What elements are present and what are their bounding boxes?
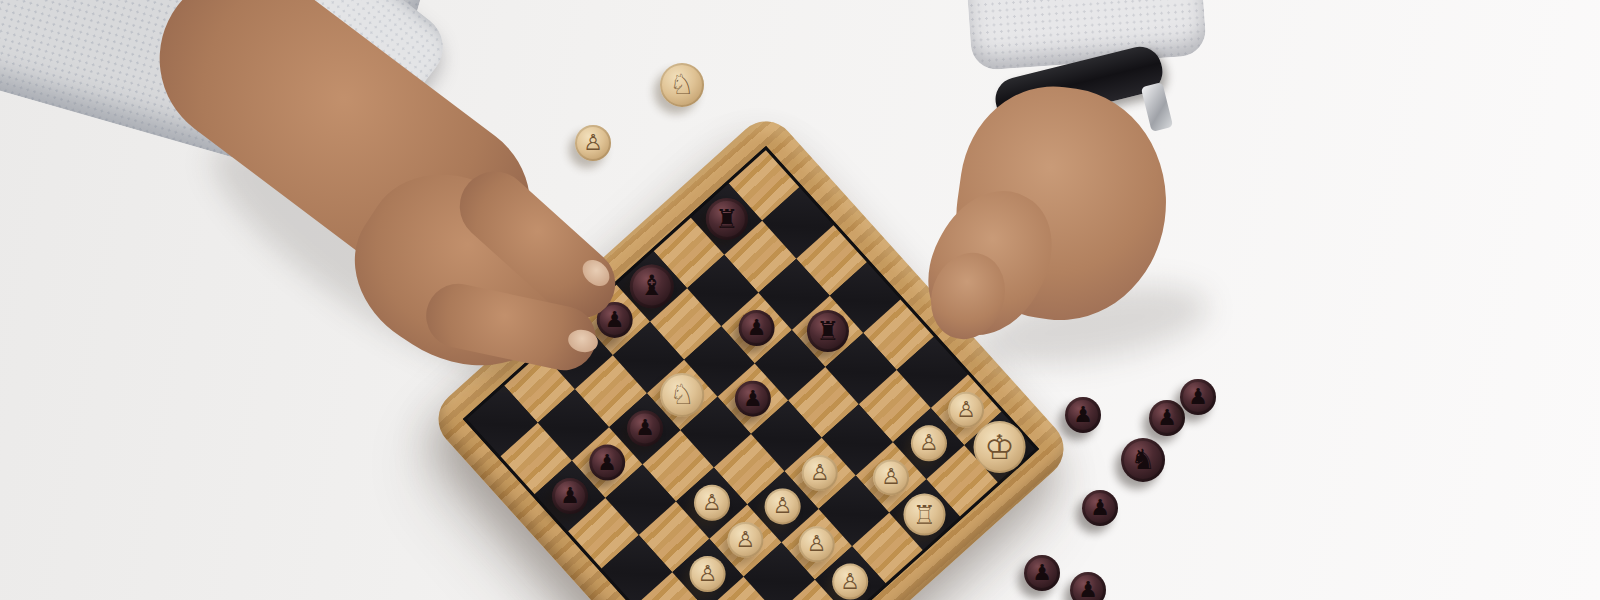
black-pawn-d5: ♟: [735, 381, 771, 417]
white-knight-glyph: ♘: [669, 71, 694, 99]
black-bishop-glyph: ♝: [639, 272, 664, 300]
black-pawn-glyph: ♟: [605, 309, 625, 331]
white-pawn-f2: ♙: [690, 556, 726, 592]
black-pawn-glyph: ♟: [1078, 579, 1098, 600]
captured-white-pawn-2: ♙: [575, 125, 611, 161]
white-pawn-f5: ♙: [802, 455, 838, 491]
black-rook-glyph: ♜: [715, 206, 738, 232]
black-pawn-c2: ♟: [589, 444, 625, 480]
black-pawn-a4-held: ♟: [597, 302, 633, 338]
white-knight-c4: ♘: [660, 373, 704, 417]
white-pawn-g4: ♙: [798, 526, 834, 562]
black-rook-a7: ♜: [706, 198, 748, 240]
photo-scene: ♘♙♟♟♟♞♟♟♟ ♙♔♜♜♙♟♙♖♝♟♙♟♘♙♙♙♟♙♙♟♙♟: [0, 0, 1600, 600]
white-king-glyph: ♔: [984, 430, 1014, 464]
black-pawn-c6: ♟: [739, 310, 775, 346]
white-pawn-f4: ♙: [765, 489, 801, 525]
black-bishop-a5: ♝: [630, 264, 674, 308]
white-pawn-glyph: ♙: [773, 496, 793, 518]
white-pawn-glyph: ♙: [810, 462, 830, 484]
white-pawn-glyph: ♙: [702, 492, 722, 514]
captured-black-pawn-9: ♟: [1070, 572, 1106, 600]
white-pawn-f3: ♙: [727, 522, 763, 558]
white-knight-glyph: ♘: [669, 381, 694, 409]
black-pawn-glyph: ♟: [747, 317, 767, 339]
white-pawn-g6: ♙: [873, 459, 909, 495]
white-pawn-g8: ♙: [948, 392, 984, 428]
black-pawn-glyph: ♟: [1090, 497, 1110, 519]
captured-black-pawn-5: ♟: [1180, 379, 1216, 415]
white-rook-glyph: ♖: [913, 501, 936, 527]
white-pawn-glyph: ♙: [807, 533, 827, 555]
white-pawn-e3: ♙: [694, 485, 730, 521]
captured-black-pawn-7: ♟: [1082, 490, 1118, 526]
black-pawn-glyph: ♟: [1157, 407, 1177, 429]
black-rook-d7: ♜: [807, 310, 849, 352]
captured-white-knight-1: ♘: [660, 63, 704, 107]
black-knight-glyph: ♞: [1130, 446, 1155, 474]
black-pawn-glyph: ♟: [1188, 386, 1208, 408]
captured-black-knight-6: ♞: [1121, 438, 1165, 482]
white-pawn-glyph: ♙: [840, 571, 860, 593]
white-pawn-glyph: ♙: [919, 432, 939, 454]
black-pawn-glyph: ♟: [635, 417, 655, 439]
black-pawn-glyph: ♟: [1032, 562, 1052, 584]
white-rook-h6: ♖: [904, 493, 946, 535]
black-pawn-glyph: ♟: [1073, 404, 1093, 426]
white-pawn-glyph: ♙: [583, 132, 603, 154]
captured-black-pawn-3: ♟: [1065, 397, 1101, 433]
captured-black-pawn-4: ♟: [1149, 400, 1185, 436]
white-pawn-glyph: ♙: [698, 563, 718, 585]
black-pawn-c1: ♟: [552, 478, 588, 514]
black-pawn-glyph: ♟: [597, 451, 617, 473]
captured-black-pawn-8: ♟: [1024, 555, 1060, 591]
white-pawn-g7: ♙: [910, 425, 946, 461]
white-pawn-h4: ♙: [832, 564, 868, 600]
black-rook-glyph: ♜: [816, 318, 839, 344]
black-pawn-glyph: ♟: [560, 485, 580, 507]
white-pawn-glyph: ♙: [881, 466, 901, 488]
black-pawn-c3: ♟: [627, 410, 663, 446]
black-pawn-glyph: ♟: [743, 388, 763, 410]
white-pawn-glyph: ♙: [736, 529, 756, 551]
white-pawn-glyph: ♙: [956, 399, 976, 421]
